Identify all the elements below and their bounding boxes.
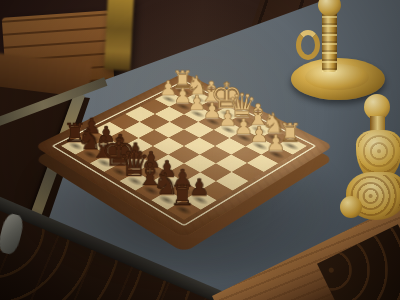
chess-board[interactable]: ♜♞♝♚♛♝♞♜♟♟♟♟♟♟♟♟♟♟♟♟♟♟♟♟♜♞♝♚♛♝♞♜ (34, 73, 334, 238)
chessboard-scene: ♜♞♝♚♛♝♞♜♟♟♟♟♟♟♟♟♟♟♟♟♟♟♟♟♜♞♝♚♛♝♞♜ (0, 0, 400, 300)
scene: ♜♞♝♚♛♝♞♜♟♟♟♟♟♟♟♟♟♟♟♟♟♟♟♟♜♞♝♚♛♝♞♜ (0, 0, 400, 300)
white-pawn-glyph: ♟ (256, 132, 297, 154)
candlestick-foot (340, 196, 362, 218)
black-rook-glyph: ♜ (161, 182, 205, 210)
